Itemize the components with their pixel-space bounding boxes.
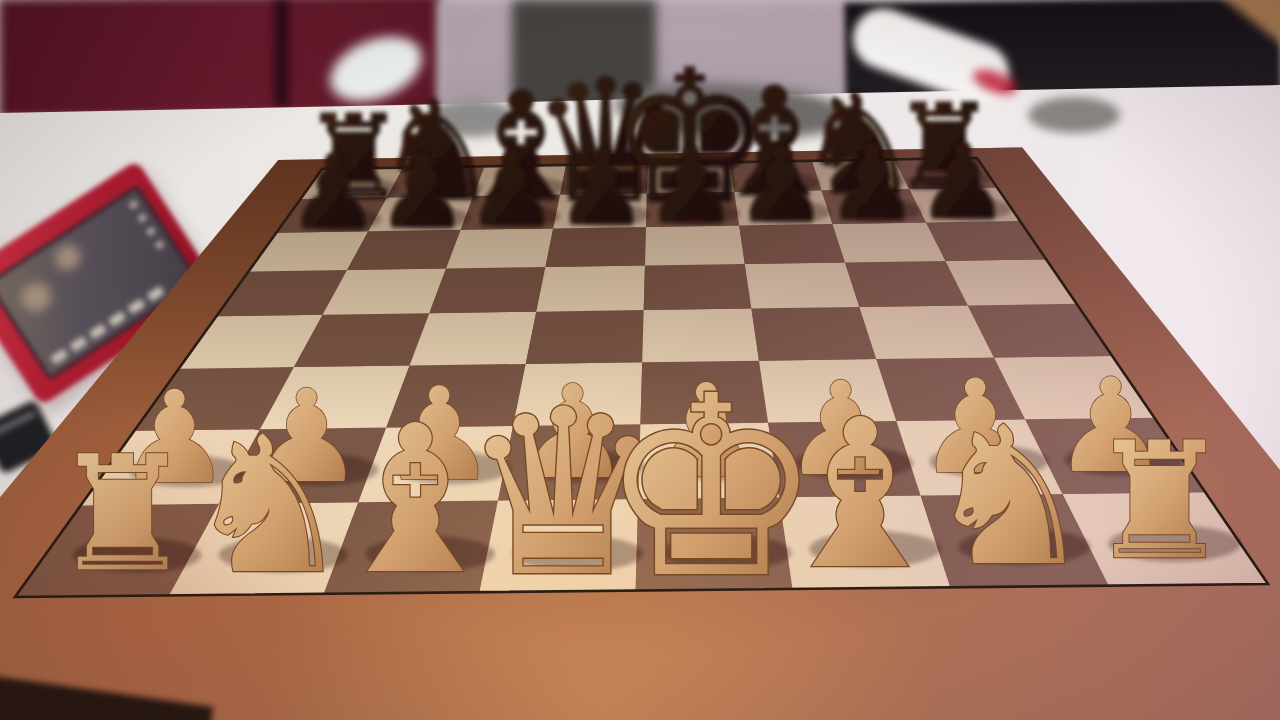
chess-board: ♜♞♝♛♚♝♞♜♟♟♟♟♟♟♟♟♟♟♟♟♟♟♟♟♜♞♝♛♚♝♞♜ [0, 0, 1280, 720]
white-rook-h1: ♜ [1087, 407, 1232, 595]
black-pawn-e7: ♟ [645, 126, 738, 246]
black-pawn-g7: ♟ [826, 123, 919, 244]
photo-chess-scene: { "game": "chess", "scene_description": … [0, 0, 1280, 720]
black-pawn-d7: ♟ [555, 128, 648, 248]
black-pawn-a7: ♟ [287, 132, 379, 252]
white-knight-g1: ♞ [924, 386, 1095, 608]
white-rook-a1: ♜ [51, 422, 193, 606]
black-pawn-f7: ♟ [735, 125, 828, 245]
black-pawn-b7: ♟ [376, 131, 468, 251]
black-pawn-c7: ♟ [466, 129, 559, 249]
black-pawn-h7: ♟ [916, 121, 1009, 243]
